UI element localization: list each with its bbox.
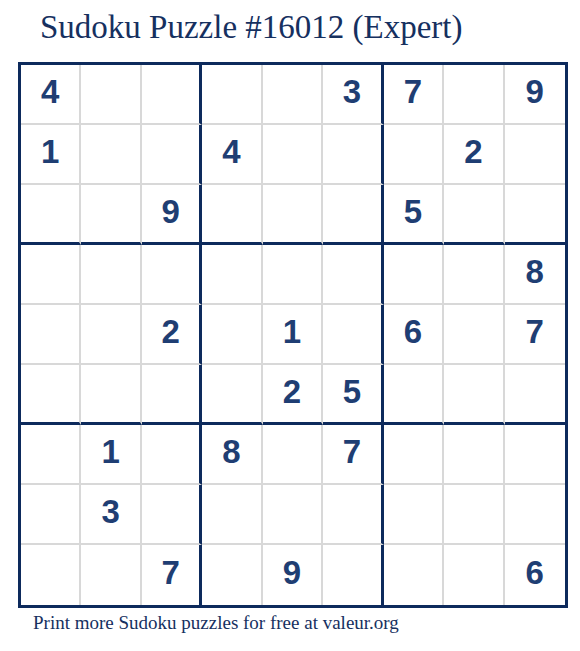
cell-r3c6 [323,185,383,245]
cell-r8c9 [505,485,565,545]
cell-r1c4 [202,65,262,125]
cell-r6c9 [505,365,565,425]
cell-r5c8 [444,305,504,365]
cell-r3c2 [81,185,141,245]
cell-r8c1 [21,485,81,545]
cell-r3c5 [263,185,323,245]
cell-r9c5: 9 [263,545,323,605]
cell-r3c1 [21,185,81,245]
cell-r4c5 [263,245,323,305]
cell-r3c7: 5 [384,185,444,245]
cell-r8c2: 3 [81,485,141,545]
cell-r5c5: 1 [263,305,323,365]
cell-r5c6 [323,305,383,365]
cell-r4c6 [323,245,383,305]
cell-r1c2 [81,65,141,125]
cell-r9c7 [384,545,444,605]
cell-r3c8 [444,185,504,245]
cell-r1c1: 4 [21,65,81,125]
cell-r4c9: 8 [505,245,565,305]
cell-r5c7: 6 [384,305,444,365]
cell-r6c3 [142,365,202,425]
cell-r7c5 [263,425,323,485]
cell-r3c3: 9 [142,185,202,245]
cell-r1c9: 9 [505,65,565,125]
cell-r1c8 [444,65,504,125]
cell-r4c1 [21,245,81,305]
cell-r7c8 [444,425,504,485]
cell-r9c3: 7 [142,545,202,605]
cell-r7c7 [384,425,444,485]
cell-r1c7: 7 [384,65,444,125]
cell-r8c8 [444,485,504,545]
cell-r8c5 [263,485,323,545]
cell-r7c1 [21,425,81,485]
cell-r1c5 [263,65,323,125]
cell-r9c6 [323,545,383,605]
cell-r7c9 [505,425,565,485]
cell-r9c2 [81,545,141,605]
cell-r1c6: 3 [323,65,383,125]
cell-r2c8: 2 [444,125,504,185]
cell-r5c9: 7 [505,305,565,365]
cell-r5c3: 2 [142,305,202,365]
cell-r2c6 [323,125,383,185]
cell-r6c6: 5 [323,365,383,425]
cell-r2c1: 1 [21,125,81,185]
cell-r8c6 [323,485,383,545]
cell-r6c8 [444,365,504,425]
cell-r7c2: 1 [81,425,141,485]
cell-r2c4: 4 [202,125,262,185]
cell-r9c1 [21,545,81,605]
cell-r2c5 [263,125,323,185]
cell-r5c4 [202,305,262,365]
cell-r4c4 [202,245,262,305]
cell-r9c9: 6 [505,545,565,605]
cell-r5c1 [21,305,81,365]
cell-r4c2 [81,245,141,305]
cell-r6c4 [202,365,262,425]
cell-r7c4: 8 [202,425,262,485]
cell-r3c9 [505,185,565,245]
cell-r2c7 [384,125,444,185]
cell-r2c2 [81,125,141,185]
cell-r2c3 [142,125,202,185]
cell-r6c2 [81,365,141,425]
cell-r6c5: 2 [263,365,323,425]
cell-r5c2 [81,305,141,365]
sudoku-board: 43791429582167251873796 [18,62,568,608]
cell-r7c6: 7 [323,425,383,485]
cell-r1c3 [142,65,202,125]
cell-r2c9 [505,125,565,185]
cell-r8c4 [202,485,262,545]
cell-r7c3 [142,425,202,485]
sudoku-page: Sudoku Puzzle #16012 (Expert) 4379142958… [0,0,580,651]
cell-r6c1 [21,365,81,425]
footer-text: Print more Sudoku puzzles for free at va… [33,612,399,634]
cell-r4c7 [384,245,444,305]
cell-r9c8 [444,545,504,605]
cell-r9c4 [202,545,262,605]
cell-r8c7 [384,485,444,545]
cell-r6c7 [384,365,444,425]
cell-r8c3 [142,485,202,545]
cell-r4c3 [142,245,202,305]
cell-r4c8 [444,245,504,305]
page-title: Sudoku Puzzle #16012 (Expert) [40,9,463,46]
cell-r3c4 [202,185,262,245]
